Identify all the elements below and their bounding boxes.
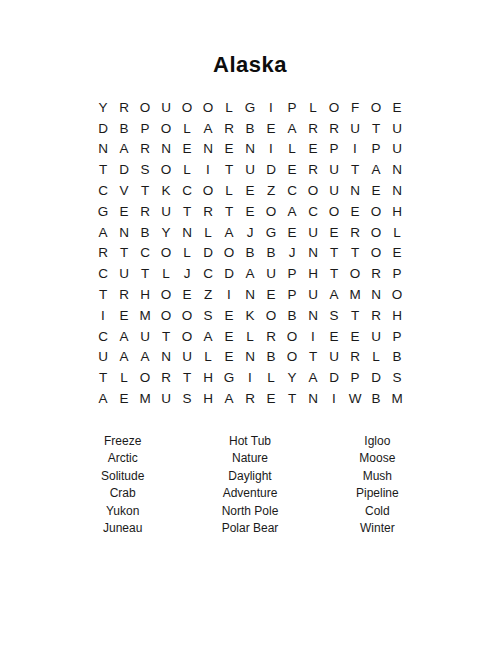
- grid-cell-r3c5: E: [177, 139, 198, 160]
- grid-cell-r2c11: R: [303, 118, 324, 139]
- grid-cell-r7c9: G: [261, 222, 282, 243]
- grid-cell-r6c8: E: [240, 201, 261, 222]
- grid-cell-r13c7: E: [219, 347, 240, 368]
- word-item: Adventure: [186, 485, 313, 503]
- grid-cell-r1c7: L: [219, 97, 240, 118]
- grid-cell-r6c5: T: [177, 201, 198, 222]
- word-item: Crab: [59, 485, 186, 503]
- grid-cell-r7c8: J: [240, 222, 261, 243]
- grid-cell-r1c5: O: [177, 97, 198, 118]
- grid-cell-r15c1: A: [93, 388, 114, 409]
- grid-cell-r11c7: E: [219, 305, 240, 326]
- word-item: Pipeline: [314, 485, 441, 503]
- grid-cell-r9c10: P: [282, 263, 303, 284]
- grid-cell-r12c5: O: [177, 326, 198, 347]
- grid-cell-r7c7: A: [219, 222, 240, 243]
- grid-cell-r14c12: D: [324, 367, 345, 388]
- word-item: Winter: [314, 520, 441, 538]
- word-item: Igloo: [314, 433, 441, 451]
- grid-cell-r13c14: L: [366, 347, 387, 368]
- grid-cell-r6c7: T: [219, 201, 240, 222]
- grid-cell-r14c2: L: [114, 367, 135, 388]
- grid-cell-r3c8: N: [240, 139, 261, 160]
- grid-cell-r12c13: E: [345, 326, 366, 347]
- grid-cell-r2c9: E: [261, 118, 282, 139]
- grid-cell-r4c6: I: [198, 159, 219, 180]
- grid-cell-r11c9: O: [261, 305, 282, 326]
- word-item: Nature: [186, 450, 313, 468]
- grid-cell-r5c10: C: [282, 180, 303, 201]
- grid-cell-r6c3: R: [135, 201, 156, 222]
- grid-cell-r15c10: T: [282, 388, 303, 409]
- grid-cell-r14c4: R: [156, 367, 177, 388]
- grid-cell-r15c4: U: [156, 388, 177, 409]
- grid-cell-r4c4: O: [156, 159, 177, 180]
- grid-cell-r7c6: L: [198, 222, 219, 243]
- grid-cell-r13c15: B: [387, 347, 408, 368]
- grid-cell-r2c4: O: [156, 118, 177, 139]
- grid-cell-r10c12: A: [324, 284, 345, 305]
- grid-cell-r9c7: D: [219, 263, 240, 284]
- word-item: Daylight: [186, 468, 313, 486]
- grid-cell-r10c9: E: [261, 284, 282, 305]
- grid-cell-r3c10: L: [282, 139, 303, 160]
- grid-cell-r5c4: K: [156, 180, 177, 201]
- grid-cell-r6c12: O: [324, 201, 345, 222]
- grid-cell-r1c15: E: [387, 97, 408, 118]
- grid-cell-r2c12: R: [324, 118, 345, 139]
- grid-cell-r7c13: R: [345, 222, 366, 243]
- grid-cell-r1c13: F: [345, 97, 366, 118]
- grid-cell-r1c4: U: [156, 97, 177, 118]
- grid-cell-r9c4: L: [156, 263, 177, 284]
- grid-cell-r3c4: N: [156, 139, 177, 160]
- grid-cell-r1c11: L: [303, 97, 324, 118]
- grid-cell-r8c14: O: [366, 243, 387, 264]
- grid-cell-r3c6: N: [198, 139, 219, 160]
- word-item: Juneau: [59, 520, 186, 538]
- grid-cell-r8c5: L: [177, 243, 198, 264]
- grid-cell-r9c3: T: [135, 263, 156, 284]
- grid-cell-r7c2: N: [114, 222, 135, 243]
- grid-cell-r14c8: I: [240, 367, 261, 388]
- grid-cell-r13c1: U: [93, 347, 114, 368]
- grid-cell-r9c13: O: [345, 263, 366, 284]
- grid-cell-r7c12: E: [324, 222, 345, 243]
- grid-cell-r14c5: T: [177, 367, 198, 388]
- grid-cell-r11c14: R: [366, 305, 387, 326]
- grid-cell-r7c4: Y: [156, 222, 177, 243]
- grid-cell-r2c10: A: [282, 118, 303, 139]
- grid-cell-r12c2: A: [114, 326, 135, 347]
- grid-cell-r11c6: S: [198, 305, 219, 326]
- word-item: Solitude: [59, 468, 186, 486]
- grid-cell-r8c8: B: [240, 243, 261, 264]
- grid-cell-r12c4: T: [156, 326, 177, 347]
- grid-cell-r5c11: O: [303, 180, 324, 201]
- grid-cell-r10c8: N: [240, 284, 261, 305]
- grid-cell-r4c14: A: [366, 159, 387, 180]
- grid-cell-r7c3: B: [135, 222, 156, 243]
- grid-cell-r10c10: P: [282, 284, 303, 305]
- grid-cell-r9c12: T: [324, 263, 345, 284]
- grid-cell-r4c12: U: [324, 159, 345, 180]
- grid-cell-r4c1: T: [93, 159, 114, 180]
- grid-cell-r8c4: O: [156, 243, 177, 264]
- grid-cell-r1c6: O: [198, 97, 219, 118]
- grid-cell-r9c8: A: [240, 263, 261, 284]
- grid-cell-r1c12: O: [324, 97, 345, 118]
- grid-cell-r14c3: O: [135, 367, 156, 388]
- grid-cell-r14c13: P: [345, 367, 366, 388]
- grid-cell-r2c1: D: [93, 118, 114, 139]
- grid-cell-r10c14: N: [366, 284, 387, 305]
- grid-cell-r14c10: Y: [282, 367, 303, 388]
- grid-cell-r1c9: I: [261, 97, 282, 118]
- grid-cell-r4c15: N: [387, 159, 408, 180]
- grid-cell-r12c8: L: [240, 326, 261, 347]
- grid-cell-r8c7: O: [219, 243, 240, 264]
- grid-cell-r7c5: N: [177, 222, 198, 243]
- grid-cell-r10c4: O: [156, 284, 177, 305]
- grid-cell-r2c2: B: [114, 118, 135, 139]
- grid-cell-r6c15: H: [387, 201, 408, 222]
- grid-cell-r9c2: U: [114, 263, 135, 284]
- grid-cell-r8c2: T: [114, 243, 135, 264]
- grid-cell-r14c7: G: [219, 367, 240, 388]
- grid-cell-r5c6: O: [198, 180, 219, 201]
- grid-cell-r11c3: M: [135, 305, 156, 326]
- grid-cell-r11c5: O: [177, 305, 198, 326]
- grid-cell-r11c10: B: [282, 305, 303, 326]
- grid-cell-r10c5: E: [177, 284, 198, 305]
- grid-cell-r11c13: T: [345, 305, 366, 326]
- grid-cell-r12c7: E: [219, 326, 240, 347]
- grid-cell-r12c11: I: [303, 326, 324, 347]
- grid-cell-r9c11: H: [303, 263, 324, 284]
- grid-cell-r10c11: U: [303, 284, 324, 305]
- grid-cell-r12c6: A: [198, 326, 219, 347]
- grid-cell-r13c2: A: [114, 347, 135, 368]
- grid-cell-r4c5: L: [177, 159, 198, 180]
- grid-cell-r13c3: A: [135, 347, 156, 368]
- grid-cell-r10c13: M: [345, 284, 366, 305]
- grid-cell-r13c9: B: [261, 347, 282, 368]
- grid-cell-r1c14: O: [366, 97, 387, 118]
- word-item: Yukon: [59, 503, 186, 521]
- grid-cell-r3c7: E: [219, 139, 240, 160]
- grid-cell-r12c12: E: [324, 326, 345, 347]
- grid-cell-r14c11: A: [303, 367, 324, 388]
- word-item: Mush: [314, 468, 441, 486]
- grid-cell-r15c15: M: [387, 388, 408, 409]
- grid-cell-r14c14: D: [366, 367, 387, 388]
- grid-cell-r12c14: U: [366, 326, 387, 347]
- grid-cell-r15c3: M: [135, 388, 156, 409]
- grid-cell-r5c7: L: [219, 180, 240, 201]
- grid-cell-r4c7: T: [219, 159, 240, 180]
- grid-cell-r11c15: H: [387, 305, 408, 326]
- grid-cell-r6c11: C: [303, 201, 324, 222]
- grid-cell-r14c15: S: [387, 367, 408, 388]
- grid-cell-r8c15: E: [387, 243, 408, 264]
- grid-cell-r14c9: L: [261, 367, 282, 388]
- grid-cell-r6c6: R: [198, 201, 219, 222]
- word-item: Cold: [314, 503, 441, 521]
- grid-cell-r5c13: N: [345, 180, 366, 201]
- grid-cell-r11c4: O: [156, 305, 177, 326]
- word-list-column-2: Hot TubNatureDaylightAdventureNorth Pole…: [186, 433, 313, 538]
- grid-cell-r7c15: L: [387, 222, 408, 243]
- grid-cell-r13c11: T: [303, 347, 324, 368]
- grid-cell-r2c13: U: [345, 118, 366, 139]
- grid-cell-r10c15: O: [387, 284, 408, 305]
- grid-cell-r2c7: R: [219, 118, 240, 139]
- grid-cell-r2c14: T: [366, 118, 387, 139]
- grid-cell-r13c4: N: [156, 347, 177, 368]
- grid-cell-r15c5: S: [177, 388, 198, 409]
- grid-cell-r5c3: T: [135, 180, 156, 201]
- grid-cell-r14c1: T: [93, 367, 114, 388]
- grid-cell-r14c6: H: [198, 367, 219, 388]
- grid-cell-r12c9: R: [261, 326, 282, 347]
- grid-cell-r1c1: Y: [93, 97, 114, 118]
- grid-cell-r15c8: R: [240, 388, 261, 409]
- grid-cell-r5c14: E: [366, 180, 387, 201]
- grid-cell-r8c6: D: [198, 243, 219, 264]
- grid-cell-r11c1: I: [93, 305, 114, 326]
- grid-cell-r13c10: O: [282, 347, 303, 368]
- puzzle-title: Alaska: [0, 0, 500, 78]
- grid-cell-r6c14: O: [366, 201, 387, 222]
- grid-cell-r15c2: E: [114, 388, 135, 409]
- grid-cell-r6c2: E: [114, 201, 135, 222]
- grid-cell-r8c3: C: [135, 243, 156, 264]
- grid-cell-r4c2: D: [114, 159, 135, 180]
- grid-cell-r15c11: N: [303, 388, 324, 409]
- grid-cell-r1c10: P: [282, 97, 303, 118]
- grid-cell-r7c11: U: [303, 222, 324, 243]
- grid-cell-r7c10: E: [282, 222, 303, 243]
- grid-cell-r13c6: L: [198, 347, 219, 368]
- grid-cell-r7c14: O: [366, 222, 387, 243]
- word-item: Polar Bear: [186, 520, 313, 538]
- grid-cell-r10c6: Z: [198, 284, 219, 305]
- grid-cell-r3c11: E: [303, 139, 324, 160]
- grid-cell-r10c2: R: [114, 284, 135, 305]
- grid-cell-r3c3: R: [135, 139, 156, 160]
- grid-cell-r4c11: R: [303, 159, 324, 180]
- grid-cell-r9c6: C: [198, 263, 219, 284]
- grid-cell-r10c3: H: [135, 284, 156, 305]
- grid-cell-r9c5: J: [177, 263, 198, 284]
- word-item: Hot Tub: [186, 433, 313, 451]
- word-search-grid: YROUOOLGIPLOFOEDBPOLARBEARRUTUNARNENENIL…: [93, 97, 408, 409]
- grid-cell-r15c9: E: [261, 388, 282, 409]
- grid-cell-r9c14: R: [366, 263, 387, 284]
- grid-cell-r1c8: G: [240, 97, 261, 118]
- grid-cell-r7c1: A: [93, 222, 114, 243]
- grid-cell-r10c1: T: [93, 284, 114, 305]
- grid-cell-r11c12: S: [324, 305, 345, 326]
- grid-cell-r6c9: O: [261, 201, 282, 222]
- grid-cell-r15c7: A: [219, 388, 240, 409]
- word-list-column-1: FreezeArcticSolitudeCrabYukonJuneau: [59, 433, 186, 538]
- grid-cell-r6c1: G: [93, 201, 114, 222]
- grid-cell-r13c5: U: [177, 347, 198, 368]
- grid-cell-r11c11: N: [303, 305, 324, 326]
- grid-cell-r3c15: U: [387, 139, 408, 160]
- grid-cell-r5c5: C: [177, 180, 198, 201]
- grid-cell-r5c2: V: [114, 180, 135, 201]
- grid-cell-r2c15: U: [387, 118, 408, 139]
- word-search-page: Alaska YROUOOLGIPLOFOEDBPOLARBEARRUTUNAR…: [0, 0, 500, 647]
- grid-cell-r8c11: N: [303, 243, 324, 264]
- grid-cell-r15c13: W: [345, 388, 366, 409]
- grid-cell-r4c8: U: [240, 159, 261, 180]
- grid-cell-r12c15: P: [387, 326, 408, 347]
- grid-cell-r13c13: R: [345, 347, 366, 368]
- grid-cell-r12c1: C: [93, 326, 114, 347]
- grid-cell-r4c13: T: [345, 159, 366, 180]
- grid-cell-r9c9: U: [261, 263, 282, 284]
- grid-cell-r3c13: I: [345, 139, 366, 160]
- grid-cell-r1c3: O: [135, 97, 156, 118]
- grid-cell-r3c12: P: [324, 139, 345, 160]
- grid-cell-r11c2: E: [114, 305, 135, 326]
- word-list: FreezeArcticSolitudeCrabYukonJuneau Hot …: [59, 433, 441, 538]
- grid-cell-r2c8: B: [240, 118, 261, 139]
- grid-cell-r4c9: D: [261, 159, 282, 180]
- grid-cell-r2c3: P: [135, 118, 156, 139]
- grid-cell-r1c2: R: [114, 97, 135, 118]
- word-list-column-3: IglooMooseMushPipelineColdWinter: [314, 433, 441, 538]
- grid-cell-r8c9: B: [261, 243, 282, 264]
- grid-cell-r2c5: L: [177, 118, 198, 139]
- grid-cell-r15c14: B: [366, 388, 387, 409]
- grid-cell-r3c1: N: [93, 139, 114, 160]
- grid-cell-r5c15: N: [387, 180, 408, 201]
- word-item: Freeze: [59, 433, 186, 451]
- grid-cell-r6c4: U: [156, 201, 177, 222]
- grid-cell-r2c6: A: [198, 118, 219, 139]
- grid-cell-r6c10: A: [282, 201, 303, 222]
- grid-cell-r5c1: C: [93, 180, 114, 201]
- grid-cell-r12c10: O: [282, 326, 303, 347]
- grid-cell-r13c12: U: [324, 347, 345, 368]
- grid-cell-r3c14: P: [366, 139, 387, 160]
- grid-cell-r15c12: I: [324, 388, 345, 409]
- grid-cell-r4c10: E: [282, 159, 303, 180]
- grid-cell-r3c9: I: [261, 139, 282, 160]
- grid-cell-r12c3: U: [135, 326, 156, 347]
- grid-cell-r8c12: T: [324, 243, 345, 264]
- grid-cell-r8c1: R: [93, 243, 114, 264]
- grid-cell-r8c13: T: [345, 243, 366, 264]
- grid-cell-r9c15: P: [387, 263, 408, 284]
- grid-cell-r5c12: U: [324, 180, 345, 201]
- grid-cell-r15c6: H: [198, 388, 219, 409]
- grid-cell-r11c8: K: [240, 305, 261, 326]
- grid-cell-r13c8: N: [240, 347, 261, 368]
- grid-cell-r3c2: A: [114, 139, 135, 160]
- grid-cell-r10c7: I: [219, 284, 240, 305]
- grid-cell-r8c10: J: [282, 243, 303, 264]
- grid-cell-r9c1: C: [93, 263, 114, 284]
- word-item: North Pole: [186, 503, 313, 521]
- grid-cell-r5c8: E: [240, 180, 261, 201]
- word-item: Arctic: [59, 450, 186, 468]
- word-item: Moose: [314, 450, 441, 468]
- grid-cell-r4c3: S: [135, 159, 156, 180]
- grid-cell-r6c13: E: [345, 201, 366, 222]
- grid-cell-r5c9: Z: [261, 180, 282, 201]
